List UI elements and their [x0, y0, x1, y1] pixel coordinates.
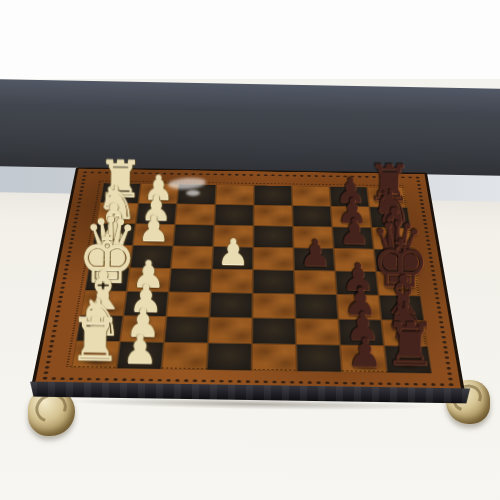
- square-f3: [166, 292, 210, 317]
- square-h7: ♟: [340, 345, 387, 373]
- square-g6: [295, 319, 340, 346]
- square-b3: [175, 204, 215, 225]
- backdrop-white-wall: [0, 0, 500, 79]
- surface-reflection-glint-small: [186, 190, 200, 196]
- square-g3: [164, 317, 209, 343]
- piece-black-pawn: ♟: [298, 236, 331, 270]
- square-h3: [161, 342, 208, 370]
- square-h4: [207, 343, 252, 371]
- square-b6: [292, 206, 332, 227]
- square-f5: [252, 293, 295, 318]
- square-e6: [294, 270, 337, 294]
- square-h5: [252, 344, 297, 372]
- square-d5: [253, 247, 294, 270]
- piece-white-pawn: ♟: [216, 235, 249, 269]
- piece-white-pawn: ♟: [122, 331, 158, 368]
- board-stitched-border: ♜♟♟♜♞♟♟♞♝♟♟♝♛♟♟♛♚♟♟♚♝♟♟♝♞♟♟♞♜♟♟♜: [31, 167, 465, 393]
- chess-set-photo: ♜♟♟♜♞♟♟♞♝♟♟♝♛♟♟♛♚♟♟♚♝♟♟♝♞♟♟♞♜♟♟♜: [0, 0, 500, 500]
- board-grid: ♜♟♟♜♞♟♟♞♝♟♟♝♛♟♟♛♚♟♟♚♝♟♟♝♞♟♟♞♜♟♟♜: [71, 183, 432, 374]
- square-e5: [253, 270, 295, 294]
- board-leather-top: ♜♟♟♜♞♟♟♞♝♟♟♝♛♟♟♛♚♟♟♚♝♟♟♝♞♟♟♞♜♟♟♜: [31, 167, 465, 393]
- piece-black-rook: ♜: [383, 317, 437, 372]
- chess-board: ♜♟♟♜♞♟♟♞♝♟♟♝♛♟♟♛♚♟♟♚♝♟♟♝♞♟♟♞♜♟♟♜: [53, 71, 447, 465]
- square-c3: [173, 224, 214, 246]
- square-e3: [169, 268, 212, 292]
- piece-white-rook: ♜: [68, 312, 122, 367]
- piece-black-pawn: ♟: [346, 334, 382, 371]
- square-g5: [252, 318, 296, 345]
- square-f4: [209, 293, 252, 318]
- square-c5: [253, 226, 293, 248]
- square-c7: ♟: [332, 227, 374, 249]
- square-c2: ♟: [133, 224, 175, 246]
- square-h2: ♟: [116, 342, 164, 370]
- square-a5: [254, 185, 292, 205]
- square-d3: [171, 246, 213, 269]
- square-b5: [254, 205, 293, 226]
- square-h1: ♜: [71, 341, 120, 369]
- square-d4: ♟: [212, 247, 253, 270]
- square-g4: [208, 317, 252, 343]
- piece-black-pawn: ♟: [338, 215, 370, 248]
- square-h8: ♜: [384, 346, 432, 374]
- square-d6: ♟: [293, 248, 335, 271]
- square-a4: [215, 185, 254, 205]
- square-e4: [211, 269, 253, 293]
- piece-white-pawn: ♟: [137, 212, 169, 245]
- square-b4: [214, 204, 254, 225]
- square-a6: [292, 186, 331, 206]
- square-h6: [296, 344, 342, 372]
- square-f6: [295, 294, 339, 319]
